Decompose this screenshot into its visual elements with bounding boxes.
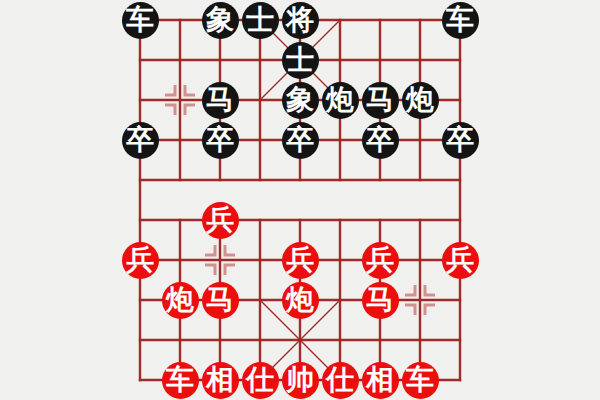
red-chariot[interactable]: 车 [162,362,199,399]
black-soldier[interactable]: 卒 [362,122,399,159]
red-soldier[interactable]: 兵 [122,242,159,279]
black-advisor[interactable]: 士 [282,42,319,79]
red-general[interactable]: 帅 [282,362,319,399]
black-soldier[interactable]: 卒 [202,122,239,159]
pieces-layer: 车象士将车士马象炮马炮卒卒卒卒卒兵兵兵兵兵炮马炮马车相仕帅仕相车 [0,0,600,400]
black-advisor[interactable]: 士 [242,2,279,39]
black-chariot[interactable]: 车 [122,2,159,39]
black-soldier[interactable]: 卒 [282,122,319,159]
black-soldier[interactable]: 卒 [442,122,479,159]
red-advisor[interactable]: 仕 [322,362,359,399]
red-elephant[interactable]: 相 [202,362,239,399]
black-soldier[interactable]: 卒 [122,122,159,159]
black-chariot[interactable]: 车 [442,2,479,39]
red-soldier[interactable]: 兵 [362,242,399,279]
red-chariot[interactable]: 车 [402,362,439,399]
red-horse[interactable]: 马 [202,282,239,319]
red-soldier[interactable]: 兵 [442,242,479,279]
black-elephant[interactable]: 象 [282,82,319,119]
black-cannon[interactable]: 炮 [322,82,359,119]
black-cannon[interactable]: 炮 [402,82,439,119]
black-horse[interactable]: 马 [362,82,399,119]
red-soldier[interactable]: 兵 [282,242,319,279]
red-horse[interactable]: 马 [362,282,399,319]
black-general[interactable]: 将 [282,2,319,39]
red-elephant[interactable]: 相 [362,362,399,399]
black-elephant[interactable]: 象 [202,2,239,39]
red-soldier[interactable]: 兵 [202,202,239,239]
red-advisor[interactable]: 仕 [242,362,279,399]
xiangqi-board[interactable]: 车象士将车士马象炮马炮卒卒卒卒卒兵兵兵兵兵炮马炮马车相仕帅仕相车 [0,0,600,400]
red-cannon[interactable]: 炮 [162,282,199,319]
black-horse[interactable]: 马 [202,82,239,119]
red-cannon[interactable]: 炮 [282,282,319,319]
